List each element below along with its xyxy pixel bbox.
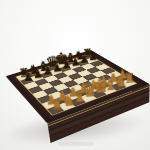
watermark xyxy=(58,142,94,146)
piece-black-pawn[interactable]: ♟ xyxy=(14,71,42,85)
piece-white-rook[interactable]: ♜ xyxy=(41,97,74,114)
square-a7[interactable]: ♟ xyxy=(20,78,34,85)
product-photo-stage: ♜♞♝♛♚♝♞♜♟♟♟♟♟♟♟♟♟♟♟♟♟♟♟♟♜♞♝♛♚♝♞♜ xyxy=(0,0,150,150)
square-a1[interactable]: ♜ xyxy=(47,105,64,115)
